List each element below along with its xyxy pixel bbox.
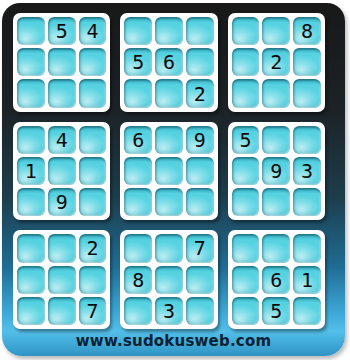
cell-r8c7[interactable] <box>232 266 260 294</box>
cell-r9c1[interactable] <box>17 297 45 325</box>
cell-r3c7[interactable] <box>232 79 260 107</box>
sudoku-board: 54562824196959327783615 <box>13 13 325 329</box>
cell-r1c2[interactable]: 5 <box>48 17 76 45</box>
cell-r5c7[interactable] <box>232 157 260 185</box>
cell-r7c5[interactable] <box>155 234 183 262</box>
cell-r6c8[interactable] <box>262 188 290 216</box>
cell-r3c3[interactable] <box>79 79 107 107</box>
cell-r5c3[interactable] <box>79 157 107 185</box>
cell-r5c6[interactable] <box>186 157 214 185</box>
cell-r1c8[interactable] <box>262 17 290 45</box>
cell-r7c1[interactable] <box>17 234 45 262</box>
cell-r4c5[interactable] <box>155 126 183 154</box>
cell-r2c7[interactable] <box>232 48 260 76</box>
cell-r5c5[interactable] <box>155 157 183 185</box>
cell-r3c8[interactable] <box>262 79 290 107</box>
box-6: 593 <box>228 122 325 221</box>
box-1: 54 <box>13 13 110 112</box>
cell-r3c5[interactable] <box>155 79 183 107</box>
cell-r2c4[interactable]: 5 <box>124 48 152 76</box>
cell-r4c1[interactable] <box>17 126 45 154</box>
cell-r6c5[interactable] <box>155 188 183 216</box>
cell-r9c7[interactable] <box>232 297 260 325</box>
cell-r9c4[interactable] <box>124 297 152 325</box>
cell-r1c7[interactable] <box>232 17 260 45</box>
cell-r6c9[interactable] <box>293 188 321 216</box>
cell-r5c8[interactable]: 9 <box>262 157 290 185</box>
cell-r6c7[interactable] <box>232 188 260 216</box>
sudoku-app: 54562824196959327783615 www.sudokusweb.c… <box>0 0 350 360</box>
cell-r6c4[interactable] <box>124 188 152 216</box>
cell-r8c2[interactable] <box>48 266 76 294</box>
cell-r5c4[interactable] <box>124 157 152 185</box>
cell-r4c7[interactable]: 5 <box>232 126 260 154</box>
cell-r9c9[interactable] <box>293 297 321 325</box>
cell-r3c1[interactable] <box>17 79 45 107</box>
cell-r9c8[interactable]: 5 <box>262 297 290 325</box>
box-8: 783 <box>120 230 217 329</box>
cell-r2c8[interactable]: 2 <box>262 48 290 76</box>
cell-r7c2[interactable] <box>48 234 76 262</box>
cell-r1c9[interactable]: 8 <box>293 17 321 45</box>
cell-r2c6[interactable] <box>186 48 214 76</box>
site-url-link[interactable]: www.sudokusweb.com <box>2 332 345 350</box>
box-4: 419 <box>13 122 110 221</box>
box-9: 615 <box>228 230 325 329</box>
cell-r7c9[interactable] <box>293 234 321 262</box>
cell-r1c6[interactable] <box>186 17 214 45</box>
cell-r8c8[interactable]: 6 <box>262 266 290 294</box>
cell-r7c4[interactable] <box>124 234 152 262</box>
cell-r9c2[interactable] <box>48 297 76 325</box>
cell-r8c9[interactable]: 1 <box>293 266 321 294</box>
cell-r3c4[interactable] <box>124 79 152 107</box>
cell-r7c7[interactable] <box>232 234 260 262</box>
cell-r2c1[interactable] <box>17 48 45 76</box>
cell-r6c6[interactable] <box>186 188 214 216</box>
cell-r3c6[interactable]: 2 <box>186 79 214 107</box>
cell-r4c2[interactable]: 4 <box>48 126 76 154</box>
cell-r9c6[interactable] <box>186 297 214 325</box>
cell-r6c3[interactable] <box>79 188 107 216</box>
cell-r5c1[interactable]: 1 <box>17 157 45 185</box>
cell-r4c4[interactable]: 6 <box>124 126 152 154</box>
cell-r4c6[interactable]: 9 <box>186 126 214 154</box>
cell-r2c2[interactable] <box>48 48 76 76</box>
cell-r8c5[interactable] <box>155 266 183 294</box>
cell-r9c5[interactable]: 3 <box>155 297 183 325</box>
cell-r2c5[interactable]: 6 <box>155 48 183 76</box>
cell-r6c2[interactable]: 9 <box>48 188 76 216</box>
cell-r4c8[interactable] <box>262 126 290 154</box>
cell-r3c2[interactable] <box>48 79 76 107</box>
cell-r1c4[interactable] <box>124 17 152 45</box>
cell-r1c1[interactable] <box>17 17 45 45</box>
cell-r1c3[interactable]: 4 <box>79 17 107 45</box>
cell-r8c1[interactable] <box>17 266 45 294</box>
cell-r8c3[interactable] <box>79 266 107 294</box>
box-5: 69 <box>120 122 217 221</box>
box-7: 27 <box>13 230 110 329</box>
cell-r9c3[interactable]: 7 <box>79 297 107 325</box>
cell-r1c5[interactable] <box>155 17 183 45</box>
box-2: 562 <box>120 13 217 112</box>
cell-r8c4[interactable]: 8 <box>124 266 152 294</box>
cell-r5c9[interactable]: 3 <box>293 157 321 185</box>
board-frame: 54562824196959327783615 www.sudokusweb.c… <box>2 3 345 356</box>
cell-r5c2[interactable] <box>48 157 76 185</box>
cell-r8c6[interactable] <box>186 266 214 294</box>
cell-r3c9[interactable] <box>293 79 321 107</box>
cell-r4c3[interactable] <box>79 126 107 154</box>
cell-r2c9[interactable] <box>293 48 321 76</box>
cell-r4c9[interactable] <box>293 126 321 154</box>
cell-r7c3[interactable]: 2 <box>79 234 107 262</box>
box-3: 82 <box>228 13 325 112</box>
cell-r2c3[interactable] <box>79 48 107 76</box>
cell-r7c6[interactable]: 7 <box>186 234 214 262</box>
cell-r7c8[interactable] <box>262 234 290 262</box>
cell-r6c1[interactable] <box>17 188 45 216</box>
